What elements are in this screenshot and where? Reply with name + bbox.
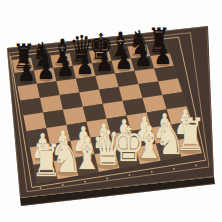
- front-rail-mark-e: [129, 174, 131, 176]
- chess-board: ♜♞♝♛♚♝♞♜♟♟♟♟♟♟♟♟♟♟♟♟♟♟♟♟♜♞♝♛♚♝♞♜: [0, 0, 222, 222]
- piece-black-pawn-g7[interactable]: ♟: [134, 40, 153, 73]
- piece-black-pawn-h7[interactable]: ♟: [153, 38, 172, 71]
- front-rail-mark-h: [195, 165, 197, 167]
- piece-black-pawn-a7[interactable]: ♟: [17, 55, 36, 88]
- front-rail-mark-a: [40, 187, 42, 189]
- square-f5[interactable]: [119, 84, 143, 101]
- piece-black-pawn-e7[interactable]: ♟: [95, 45, 114, 78]
- front-rail-mark-b: [62, 184, 64, 186]
- square-d5[interactable]: [79, 90, 102, 107]
- front-rail-mark-g: [173, 168, 175, 170]
- square-a5[interactable]: [20, 98, 43, 116]
- front-rail-mark-f: [151, 171, 153, 173]
- chess-set-photo: ♜♞♝♛♚♝♞♜♟♟♟♟♟♟♟♟♟♟♟♟♟♟♟♟♜♞♝♛♚♝♞♜: [0, 0, 222, 222]
- piece-black-pawn-c7[interactable]: ♟: [56, 50, 75, 83]
- piece-black-pawn-b7[interactable]: ♟: [36, 53, 55, 86]
- piece-white-rook-h1[interactable]: ♜: [175, 108, 206, 160]
- piece-black-pawn-d7[interactable]: ♟: [75, 48, 94, 81]
- front-rail-mark-d: [106, 177, 108, 179]
- piece-black-pawn-f7[interactable]: ♟: [114, 43, 133, 76]
- square-e5[interactable]: [99, 87, 123, 104]
- square-b5[interactable]: [40, 95, 63, 113]
- front-rail-mark-c: [84, 181, 86, 183]
